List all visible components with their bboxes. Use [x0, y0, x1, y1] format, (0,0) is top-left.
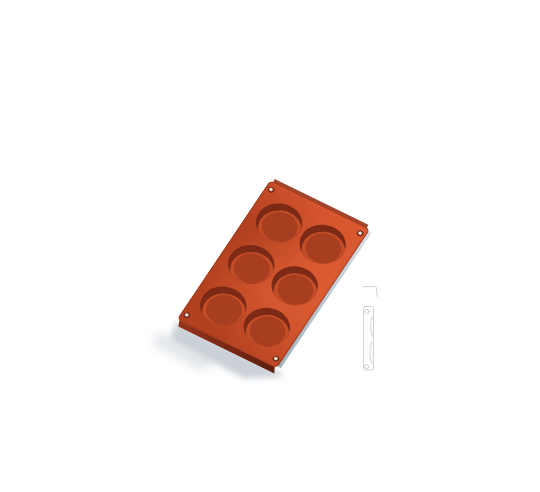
- photo-canvas: [0, 0, 540, 492]
- product-photo: [0, 0, 540, 492]
